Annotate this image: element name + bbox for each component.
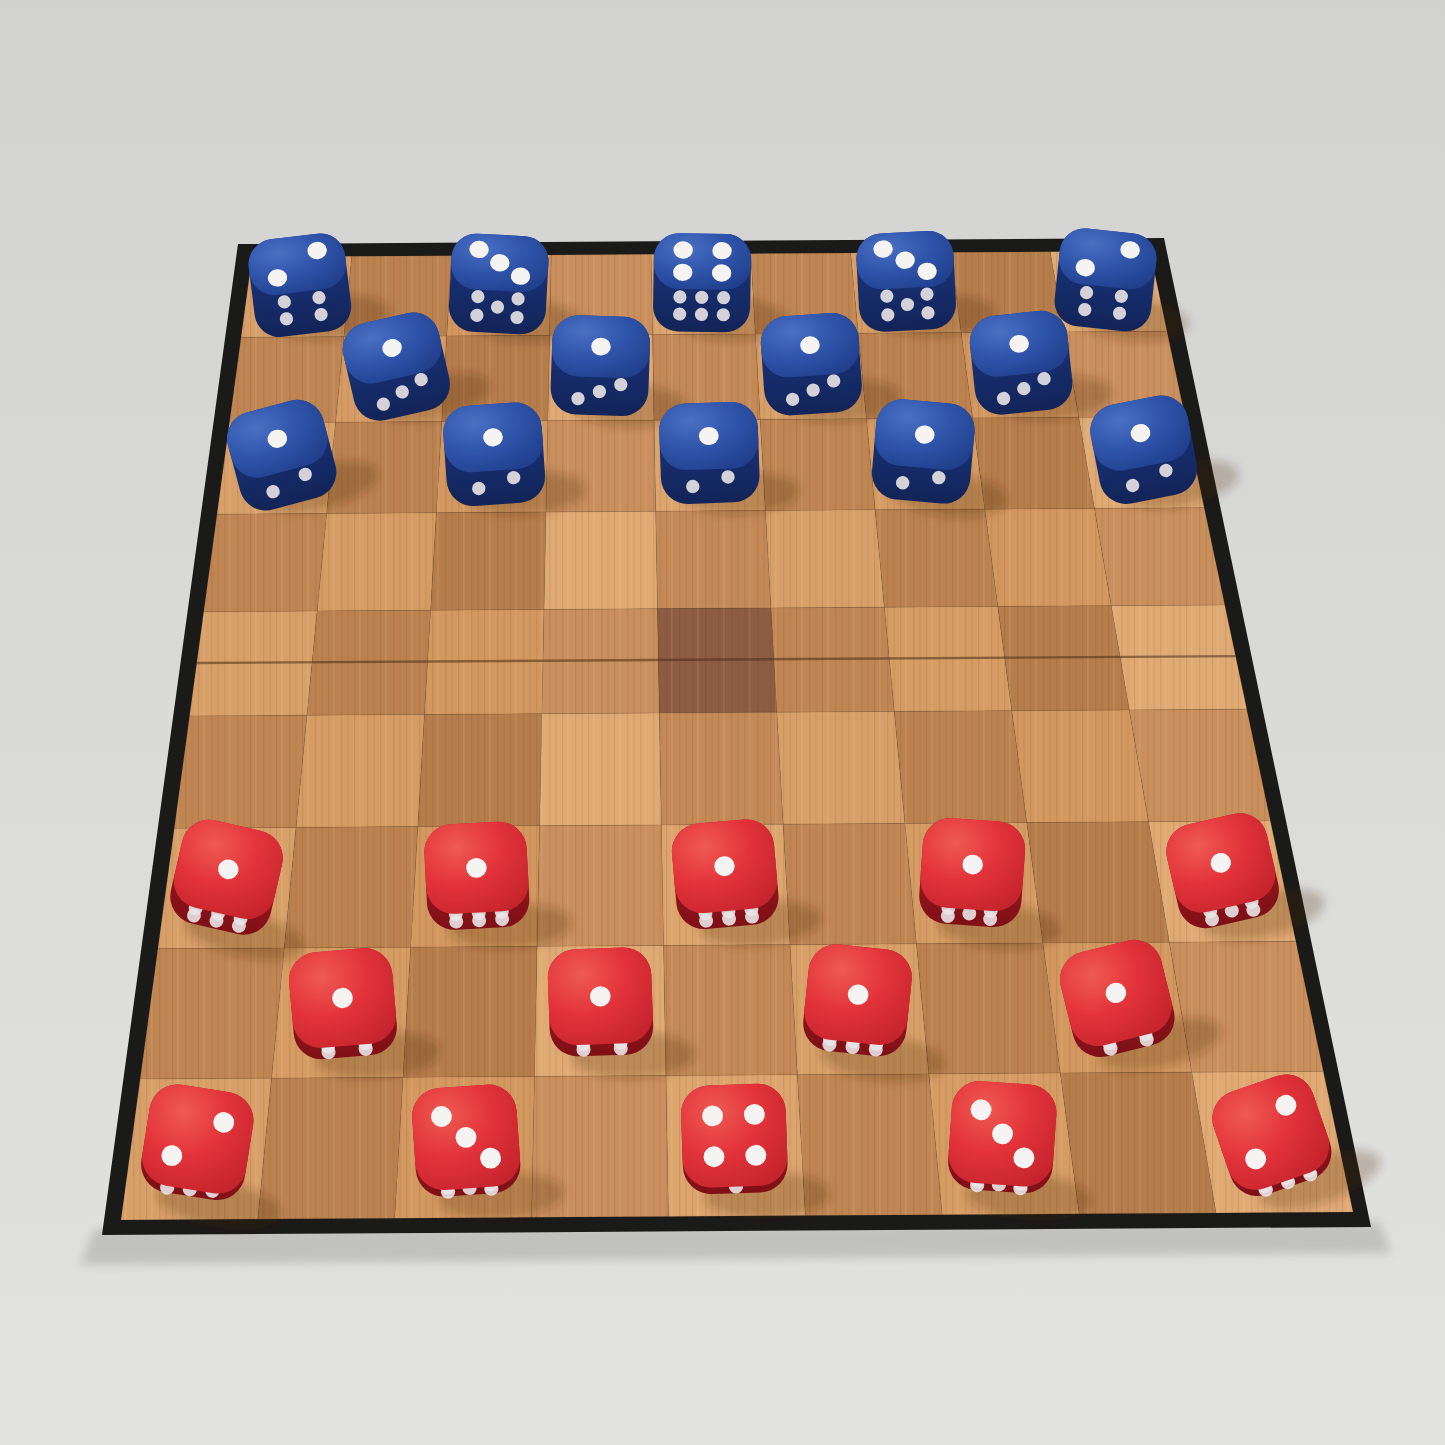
board-scene — [0, 0, 1445, 1445]
die-top-face — [680, 1083, 788, 1189]
wood-grain-overlay — [121, 251, 1353, 1220]
die-top-face — [653, 233, 751, 291]
die-top-face — [138, 1080, 257, 1197]
photo-stage — [0, 0, 1445, 1445]
